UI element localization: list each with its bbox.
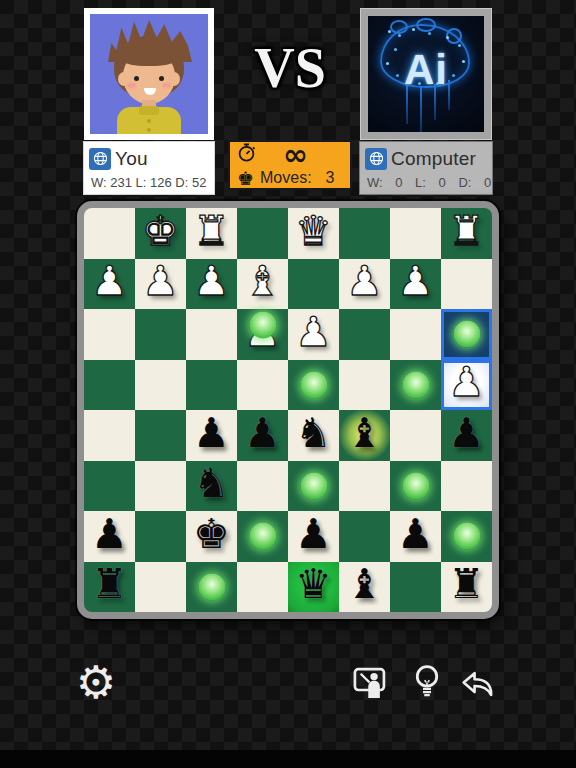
white-queen: ♛ [295,211,332,252]
white-rook: ♜ [448,211,485,252]
player-avatar [90,14,208,134]
legal-move-dot [198,573,225,600]
black-knight: ♞ [193,463,230,504]
square-a2[interactable] [441,259,492,310]
square-d4[interactable] [288,360,339,411]
square-h5[interactable] [84,410,135,461]
legal-move-dot [300,371,327,398]
square-g4[interactable] [135,360,186,411]
square-h6[interactable] [84,461,135,512]
square-c1[interactable] [339,208,390,259]
ai-avatar-frame: Ai [360,8,492,140]
square-d8[interactable]: ♛ [288,562,339,613]
square-d6[interactable] [288,461,339,512]
black-bishop: ♝ [346,564,383,605]
white-pawn: ♟ [295,312,332,353]
black-rook: ♜ [91,564,128,605]
square-c7[interactable] [339,511,390,562]
white-pawn: ♟ [193,261,230,302]
globe-icon [365,148,387,170]
square-f7[interactable]: ♚ [186,511,237,562]
legal-move-dot [249,523,276,550]
black-queen: ♛ [295,564,332,605]
square-e2[interactable]: ♝ [237,259,288,310]
square-g5[interactable] [135,410,186,461]
square-d5[interactable]: ♞ [288,410,339,461]
match-info-panel: ∞ ♚ Moves: 3 [228,140,352,190]
black-knight: ♞ [295,413,332,454]
legal-move-dot [453,523,480,550]
square-c6[interactable] [339,461,390,512]
avatar-eye [159,76,164,81]
square-e4[interactable] [237,360,288,411]
stopwatch-icon [237,142,256,167]
square-f2[interactable]: ♟ [186,259,237,310]
player-name-you: You [115,148,148,170]
square-b1[interactable] [390,208,441,259]
square-e8[interactable] [237,562,288,613]
square-b2[interactable]: ♟ [390,259,441,310]
square-d1[interactable]: ♛ [288,208,339,259]
square-e5[interactable]: ♟ [237,410,288,461]
black-pawn: ♟ [91,514,128,555]
ai-brain-bump [390,20,408,34]
square-e1[interactable] [237,208,288,259]
square-a1[interactable]: ♜ [441,208,492,259]
legal-move-dot [249,312,276,339]
ai-circuit-dots [388,30,391,33]
square-g6[interactable] [135,461,186,512]
square-c8[interactable]: ♝ [339,562,390,613]
avatar-cheek [162,83,171,88]
chess-board-frame: ♚♜♛♜♟♟♟♝♟♟♟♟♟♟♟♞♝♟♞♟♚♟♟♜♛♝♜ [77,201,499,619]
square-c2[interactable]: ♟ [339,259,390,310]
hint-lightbulb-icon[interactable] [412,663,442,705]
square-f1[interactable]: ♜ [186,208,237,259]
square-e7[interactable] [237,511,288,562]
black-king: ♚ [193,514,230,555]
black-rook: ♜ [448,564,485,605]
square-e6[interactable] [237,461,288,512]
square-h7[interactable]: ♟ [84,511,135,562]
player-name-computer: Computer [391,148,476,170]
square-e3[interactable]: ♟ [237,309,288,360]
square-b5[interactable] [390,410,441,461]
player-name-bar-you: You W: 231 L: 126 D: 52 [84,142,214,194]
white-pawn: ♟ [346,261,383,302]
square-d2[interactable] [288,259,339,310]
player-card-computer: Ai Computer W: 0 L: 0 D: 0 [360,8,492,194]
square-a8[interactable]: ♜ [441,562,492,613]
legal-move-dot [453,321,480,348]
undo-arrow-icon[interactable] [458,668,498,704]
square-g1[interactable]: ♚ [135,208,186,259]
white-rook: ♜ [193,211,230,252]
legal-move-dot [402,472,429,499]
settings-gear-icon[interactable]: ⚙ [76,660,116,705]
square-a4[interactable]: ♟ [441,360,492,411]
avatar-button [147,128,151,132]
square-f3[interactable] [186,309,237,360]
moves-label: Moves: [260,169,312,187]
square-c4[interactable] [339,360,390,411]
moves-count: 3 [326,169,335,187]
square-f6[interactable]: ♞ [186,461,237,512]
white-pawn: ♟ [397,261,434,302]
black-pawn: ♟ [448,413,485,454]
square-a5[interactable]: ♟ [441,410,492,461]
square-g3[interactable] [135,309,186,360]
player-card-you: You W: 231 L: 126 D: 52 [84,8,214,194]
square-b6[interactable] [390,461,441,512]
avatar-collar [139,106,159,115]
black-bishop: ♝ [346,413,383,454]
square-h8[interactable]: ♜ [84,562,135,613]
square-b4[interactable] [390,360,441,411]
square-h4[interactable] [84,360,135,411]
square-b7[interactable]: ♟ [390,511,441,562]
chess-board[interactable]: ♚♜♛♜♟♟♟♝♟♟♟♟♟♟♟♞♝♟♞♟♚♟♟♜♛♝♜ [84,208,492,612]
square-a6[interactable] [441,461,492,512]
vs-label: VS [222,36,358,100]
square-d3[interactable]: ♟ [288,309,339,360]
king-moves-icon: ♚ [237,167,255,189]
chess-app-screen: You W: 231 L: 126 D: 52 VS Ai [0,0,576,768]
avatar-fringe [120,44,178,66]
square-h2[interactable]: ♟ [84,259,135,310]
square-a7[interactable] [441,511,492,562]
white-pawn: ♟ [448,362,485,403]
square-h1[interactable] [84,208,135,259]
square-c5[interactable]: ♝ [339,410,390,461]
black-pawn: ♟ [397,514,434,555]
player-name-bar-computer: Computer W: 0 L: 0 D: 0 [360,142,492,194]
square-d7[interactable]: ♟ [288,511,339,562]
player-stats-you: W: 231 L: 126 D: 52 [89,175,209,190]
square-b8[interactable] [390,562,441,613]
avatar-shirt [117,107,181,134]
square-g7[interactable] [135,511,186,562]
white-pawn: ♟ [142,261,179,302]
avatar-cheek [127,83,136,88]
infinite-time-symbol: ∞ [283,145,308,165]
black-pawn: ♟ [244,413,281,454]
globe-icon [89,148,111,170]
white-pawn: ♟ [91,261,128,302]
square-g2[interactable]: ♟ [135,259,186,310]
tutor-presenter-icon[interactable] [351,665,389,705]
ai-brain-bump [416,18,436,32]
avatar-eye [134,76,139,81]
avatar-smile [144,88,156,95]
square-b3[interactable] [390,309,441,360]
player-avatar-frame [84,8,214,140]
square-h3[interactable] [84,309,135,360]
black-pawn: ♟ [193,413,230,454]
black-pawn: ♟ [295,514,332,555]
legal-move-dot [300,472,327,499]
white-king: ♚ [142,211,179,252]
avatar-button [147,119,151,123]
square-f8[interactable] [186,562,237,613]
player-stats-computer: W: 0 L: 0 D: 0 [365,175,487,190]
square-a3[interactable] [441,309,492,360]
legal-move-dot [402,371,429,398]
square-f4[interactable] [186,360,237,411]
square-g8[interactable] [135,562,186,613]
square-c3[interactable] [339,309,390,360]
ai-brain-image: Ai [368,16,484,132]
ai-label-text: Ai [368,46,484,94]
ai-brain-bump [446,28,462,44]
square-f5[interactable]: ♟ [186,410,237,461]
bottom-strip [0,750,576,768]
white-bishop: ♝ [244,261,281,302]
